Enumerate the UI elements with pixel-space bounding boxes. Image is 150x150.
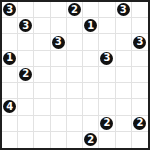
- cell-r7c6[interactable]: 2: [99, 116, 115, 132]
- cell-r5c6[interactable]: [99, 83, 115, 99]
- clue-circle: 2: [19, 68, 32, 81]
- cell-r3c8[interactable]: [132, 51, 148, 67]
- cell-r1c0[interactable]: [2, 18, 18, 34]
- clue-circle: 2: [133, 117, 146, 130]
- cell-r7c0[interactable]: [2, 116, 18, 132]
- cell-r2c5[interactable]: [83, 34, 99, 50]
- cell-r1c4[interactable]: [67, 18, 83, 34]
- cell-r5c1[interactable]: [18, 83, 34, 99]
- cell-r6c6[interactable]: [99, 99, 115, 115]
- cell-r8c5[interactable]: 2: [83, 132, 99, 148]
- cell-r6c1[interactable]: [18, 99, 34, 115]
- clue-circle: 3: [19, 19, 32, 32]
- cell-r0c4[interactable]: 2: [67, 2, 83, 18]
- cell-r7c1[interactable]: [18, 116, 34, 132]
- cell-r2c4[interactable]: [67, 34, 83, 50]
- puzzle-board: 32331331324222: [0, 0, 150, 150]
- cell-r2c1[interactable]: [18, 34, 34, 50]
- cell-r5c7[interactable]: [116, 83, 132, 99]
- cell-r8c4[interactable]: [67, 132, 83, 148]
- cell-r8c7[interactable]: [116, 132, 132, 148]
- cell-r7c5[interactable]: [83, 116, 99, 132]
- cell-r6c4[interactable]: [67, 99, 83, 115]
- clue-circle: 3: [3, 3, 16, 16]
- clue-circle: 2: [68, 3, 81, 16]
- cell-r7c3[interactable]: [51, 116, 67, 132]
- cell-r7c4[interactable]: [67, 116, 83, 132]
- cell-r6c7[interactable]: [116, 99, 132, 115]
- cell-r1c5[interactable]: 1: [83, 18, 99, 34]
- cell-r5c0[interactable]: [2, 83, 18, 99]
- cell-r5c5[interactable]: [83, 83, 99, 99]
- cell-r0c2[interactable]: [34, 2, 50, 18]
- cell-r2c8[interactable]: 3: [132, 34, 148, 50]
- cell-r2c0[interactable]: [2, 34, 18, 50]
- clue-circle: 1: [3, 52, 16, 65]
- cell-r6c0[interactable]: 4: [2, 99, 18, 115]
- cell-r0c5[interactable]: [83, 2, 99, 18]
- cell-r1c6[interactable]: [99, 18, 115, 34]
- cell-r2c2[interactable]: [34, 34, 50, 50]
- cell-r0c0[interactable]: 3: [2, 2, 18, 18]
- cell-r5c4[interactable]: [67, 83, 83, 99]
- cell-r5c3[interactable]: [51, 83, 67, 99]
- cell-r1c8[interactable]: [132, 18, 148, 34]
- cell-r7c7[interactable]: [116, 116, 132, 132]
- cell-r6c3[interactable]: [51, 99, 67, 115]
- clue-circle: 1: [84, 19, 97, 32]
- cell-r1c1[interactable]: 3: [18, 18, 34, 34]
- clue-circle: 4: [3, 100, 16, 113]
- cell-r4c6[interactable]: [99, 67, 115, 83]
- cell-r0c8[interactable]: [132, 2, 148, 18]
- cell-r3c4[interactable]: [67, 51, 83, 67]
- puzzle-screenshot: 32331331324222: [0, 0, 150, 150]
- cell-r4c1[interactable]: 2: [18, 67, 34, 83]
- clue-circle: 2: [100, 117, 113, 130]
- clue-circle: 2: [84, 133, 97, 146]
- cell-r3c7[interactable]: [116, 51, 132, 67]
- cell-r5c8[interactable]: [132, 83, 148, 99]
- cell-r5c2[interactable]: [34, 83, 50, 99]
- cell-r8c8[interactable]: [132, 132, 148, 148]
- cell-r3c6[interactable]: 3: [99, 51, 115, 67]
- cell-r2c6[interactable]: [99, 34, 115, 50]
- cell-r6c8[interactable]: [132, 99, 148, 115]
- cell-r4c0[interactable]: [2, 67, 18, 83]
- cell-r1c3[interactable]: [51, 18, 67, 34]
- cell-r8c3[interactable]: [51, 132, 67, 148]
- cell-r8c1[interactable]: [18, 132, 34, 148]
- cell-r4c4[interactable]: [67, 67, 83, 83]
- cell-r1c7[interactable]: [116, 18, 132, 34]
- cell-r0c6[interactable]: [99, 2, 115, 18]
- cell-r4c7[interactable]: [116, 67, 132, 83]
- cell-r7c8[interactable]: 2: [132, 116, 148, 132]
- cell-r8c6[interactable]: [99, 132, 115, 148]
- cell-r1c2[interactable]: [34, 18, 50, 34]
- cell-r8c2[interactable]: [34, 132, 50, 148]
- cell-r8c0[interactable]: [2, 132, 18, 148]
- cell-r4c5[interactable]: [83, 67, 99, 83]
- cell-r3c3[interactable]: [51, 51, 67, 67]
- clue-circle: 3: [133, 36, 146, 49]
- cell-r2c3[interactable]: 3: [51, 34, 67, 50]
- cell-r3c0[interactable]: 1: [2, 51, 18, 67]
- cell-r0c1[interactable]: [18, 2, 34, 18]
- cell-r3c5[interactable]: [83, 51, 99, 67]
- clue-circle: 3: [100, 52, 113, 65]
- clue-circle: 3: [52, 36, 65, 49]
- cell-r4c2[interactable]: [34, 67, 50, 83]
- cell-r6c2[interactable]: [34, 99, 50, 115]
- cell-r2c7[interactable]: [116, 34, 132, 50]
- cell-r0c3[interactable]: [51, 2, 67, 18]
- cell-r4c8[interactable]: [132, 67, 148, 83]
- clue-circle: 3: [117, 3, 130, 16]
- cell-r6c5[interactable]: [83, 99, 99, 115]
- cell-r0c7[interactable]: 3: [116, 2, 132, 18]
- cell-r7c2[interactable]: [34, 116, 50, 132]
- cell-r4c3[interactable]: [51, 67, 67, 83]
- cell-r3c2[interactable]: [34, 51, 50, 67]
- cell-r3c1[interactable]: [18, 51, 34, 67]
